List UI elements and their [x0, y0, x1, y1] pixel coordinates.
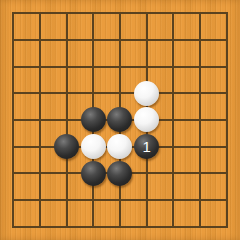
black-stone: 1	[134, 134, 159, 159]
board-intersection[interactable]	[213, 107, 240, 134]
board-intersection[interactable]	[160, 0, 187, 27]
board-intersection[interactable]	[0, 53, 27, 80]
board-intersection[interactable]	[160, 107, 187, 134]
board-intersection[interactable]	[80, 160, 107, 187]
board-intersection[interactable]	[0, 160, 27, 187]
board-intersection[interactable]	[187, 213, 214, 240]
board-intersection[interactable]	[213, 53, 240, 80]
board-intersection[interactable]	[187, 80, 214, 107]
board-intersection[interactable]	[133, 53, 160, 80]
board-intersection[interactable]	[213, 160, 240, 187]
board-intersection[interactable]	[213, 213, 240, 240]
board-intersection[interactable]	[27, 107, 54, 134]
board-intersection[interactable]	[80, 107, 107, 134]
board-intersection[interactable]	[160, 80, 187, 107]
board-intersection[interactable]	[133, 0, 160, 27]
board-intersection[interactable]	[107, 53, 134, 80]
board-intersection[interactable]	[80, 213, 107, 240]
board-intersection[interactable]	[187, 187, 214, 214]
board-intersection[interactable]	[213, 27, 240, 54]
board-intersection[interactable]	[133, 187, 160, 214]
move-number-label: 1	[142, 139, 150, 154]
board-intersection[interactable]	[27, 213, 54, 240]
board-intersection[interactable]	[187, 53, 214, 80]
board-intersection[interactable]	[27, 187, 54, 214]
board-intersection[interactable]	[53, 160, 80, 187]
board-intersection[interactable]	[213, 80, 240, 107]
board-intersection[interactable]	[160, 53, 187, 80]
board-intersection[interactable]	[80, 187, 107, 214]
board-intersection[interactable]	[0, 0, 27, 27]
board-intersection[interactable]	[27, 133, 54, 160]
black-stone	[107, 161, 132, 186]
board-intersection[interactable]	[53, 53, 80, 80]
board-intersection[interactable]	[107, 27, 134, 54]
board-intersection[interactable]	[133, 160, 160, 187]
board-intersection[interactable]	[107, 133, 134, 160]
board-intersection[interactable]	[187, 133, 214, 160]
board-intersection[interactable]	[187, 27, 214, 54]
board-intersection[interactable]	[27, 53, 54, 80]
board-intersection[interactable]	[53, 80, 80, 107]
board-intersection[interactable]: 1	[133, 133, 160, 160]
board-intersection[interactable]	[107, 107, 134, 134]
board-intersection[interactable]	[53, 213, 80, 240]
board-intersection[interactable]	[187, 160, 214, 187]
board-intersection[interactable]	[107, 160, 134, 187]
board-intersection[interactable]	[53, 107, 80, 134]
board-intersection[interactable]	[107, 213, 134, 240]
white-stone	[134, 107, 159, 132]
black-stone	[107, 107, 132, 132]
board-intersection[interactable]	[0, 213, 27, 240]
board-intersection[interactable]	[0, 133, 27, 160]
board-intersection[interactable]	[53, 187, 80, 214]
board-intersection[interactable]	[53, 133, 80, 160]
go-board: 1	[0, 0, 240, 240]
board-intersection[interactable]	[0, 80, 27, 107]
board-intersection[interactable]	[107, 187, 134, 214]
white-stone	[107, 134, 132, 159]
board-intersection[interactable]	[27, 80, 54, 107]
board-intersection[interactable]	[213, 133, 240, 160]
board-intersection[interactable]	[160, 187, 187, 214]
board-intersection[interactable]	[0, 107, 27, 134]
board-intersection[interactable]	[107, 80, 134, 107]
board-intersection[interactable]	[133, 27, 160, 54]
board-intersection[interactable]	[80, 80, 107, 107]
board-intersection[interactable]	[187, 107, 214, 134]
board-intersection[interactable]	[80, 0, 107, 27]
board-intersection[interactable]	[213, 0, 240, 27]
board-intersection[interactable]	[27, 27, 54, 54]
board-intersection[interactable]	[160, 133, 187, 160]
board-intersection[interactable]	[160, 160, 187, 187]
board-intersection[interactable]	[133, 107, 160, 134]
white-stone	[81, 134, 106, 159]
black-stone	[54, 134, 79, 159]
black-stone	[81, 107, 106, 132]
board-intersection[interactable]	[53, 27, 80, 54]
board-intersection[interactable]	[0, 27, 27, 54]
board-intersection[interactable]	[160, 27, 187, 54]
board-intersection[interactable]	[27, 160, 54, 187]
board-intersection[interactable]	[187, 0, 214, 27]
board-intersection[interactable]	[0, 187, 27, 214]
board-intersection[interactable]	[80, 53, 107, 80]
board-intersection[interactable]	[80, 133, 107, 160]
board-intersection[interactable]	[133, 213, 160, 240]
board-intersection[interactable]	[27, 0, 54, 27]
board-intersection[interactable]	[160, 213, 187, 240]
board-intersection[interactable]	[53, 0, 80, 27]
black-stone	[81, 161, 106, 186]
board-intersection[interactable]	[133, 80, 160, 107]
white-stone	[134, 81, 159, 106]
board-intersection[interactable]	[80, 27, 107, 54]
board-intersection[interactable]	[213, 187, 240, 214]
board-intersection[interactable]	[107, 0, 134, 27]
